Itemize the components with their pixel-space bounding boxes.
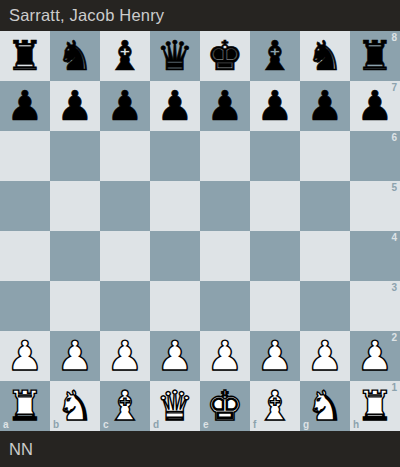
piece-black-rook[interactable]: ♜ — [350, 31, 400, 81]
square-d2[interactable]: ♟ — [150, 331, 200, 381]
piece-black-pawn[interactable]: ♟ — [300, 81, 350, 131]
square-g4[interactable] — [300, 231, 350, 281]
piece-white-pawn[interactable]: ♟ — [200, 331, 250, 381]
square-f4[interactable] — [250, 231, 300, 281]
chess-board: ♜♞♝♛♚♝♞♜8♟♟♟♟♟♟♟♟76543♟♟♟♟♟♟♟♟2♜a♞b♝c♛d♚… — [0, 31, 400, 431]
square-e6[interactable] — [200, 131, 250, 181]
square-h6[interactable]: 6 — [350, 131, 400, 181]
square-c1[interactable]: ♝c — [100, 381, 150, 431]
square-c2[interactable]: ♟ — [100, 331, 150, 381]
piece-white-pawn[interactable]: ♟ — [100, 331, 150, 381]
square-d3[interactable] — [150, 281, 200, 331]
square-d8[interactable]: ♛ — [150, 31, 200, 81]
square-c4[interactable] — [100, 231, 150, 281]
square-c3[interactable] — [100, 281, 150, 331]
square-a3[interactable] — [0, 281, 50, 331]
square-a6[interactable] — [0, 131, 50, 181]
piece-white-pawn[interactable]: ♟ — [0, 331, 50, 381]
square-h4[interactable]: 4 — [350, 231, 400, 281]
piece-black-pawn[interactable]: ♟ — [100, 81, 150, 131]
square-e4[interactable] — [200, 231, 250, 281]
piece-black-knight[interactable]: ♞ — [300, 31, 350, 81]
piece-black-pawn[interactable]: ♟ — [0, 81, 50, 131]
square-b4[interactable] — [50, 231, 100, 281]
square-f8[interactable]: ♝ — [250, 31, 300, 81]
square-e1[interactable]: ♚e — [200, 381, 250, 431]
square-a2[interactable]: ♟ — [0, 331, 50, 381]
square-f2[interactable]: ♟ — [250, 331, 300, 381]
square-b5[interactable] — [50, 181, 100, 231]
square-e5[interactable] — [200, 181, 250, 231]
square-g2[interactable]: ♟ — [300, 331, 350, 381]
square-g3[interactable] — [300, 281, 350, 331]
square-e7[interactable]: ♟ — [200, 81, 250, 131]
square-h8[interactable]: ♜8 — [350, 31, 400, 81]
square-b7[interactable]: ♟ — [50, 81, 100, 131]
bottom-player-name: NN — [9, 440, 33, 459]
piece-white-rook[interactable]: ♜ — [350, 381, 400, 431]
square-e2[interactable]: ♟ — [200, 331, 250, 381]
square-h7[interactable]: ♟7 — [350, 81, 400, 131]
coord-rank-3: 3 — [391, 282, 397, 293]
coord-rank-6: 6 — [391, 132, 397, 143]
square-g6[interactable] — [300, 131, 350, 181]
coord-rank-5: 5 — [391, 182, 397, 193]
square-c7[interactable]: ♟ — [100, 81, 150, 131]
square-a4[interactable] — [0, 231, 50, 281]
square-e8[interactable]: ♚ — [200, 31, 250, 81]
square-g8[interactable]: ♞ — [300, 31, 350, 81]
square-d6[interactable] — [150, 131, 200, 181]
square-g1[interactable]: ♞g — [300, 381, 350, 431]
piece-white-pawn[interactable]: ♟ — [300, 331, 350, 381]
piece-white-bishop[interactable]: ♝ — [100, 381, 150, 431]
coord-rank-4: 4 — [391, 232, 397, 243]
square-b1[interactable]: ♞b — [50, 381, 100, 431]
piece-white-knight[interactable]: ♞ — [50, 381, 100, 431]
square-a5[interactable] — [0, 181, 50, 231]
piece-black-pawn[interactable]: ♟ — [350, 81, 400, 131]
piece-black-queen[interactable]: ♛ — [150, 31, 200, 81]
piece-black-pawn[interactable]: ♟ — [250, 81, 300, 131]
piece-black-pawn[interactable]: ♟ — [50, 81, 100, 131]
square-f3[interactable] — [250, 281, 300, 331]
square-h2[interactable]: ♟2 — [350, 331, 400, 381]
piece-black-king[interactable]: ♚ — [200, 31, 250, 81]
square-e3[interactable] — [200, 281, 250, 331]
piece-white-queen[interactable]: ♛ — [150, 381, 200, 431]
square-a8[interactable]: ♜ — [0, 31, 50, 81]
piece-white-pawn[interactable]: ♟ — [150, 331, 200, 381]
square-c8[interactable]: ♝ — [100, 31, 150, 81]
piece-white-pawn[interactable]: ♟ — [350, 331, 400, 381]
square-a1[interactable]: ♜a — [0, 381, 50, 431]
piece-white-bishop[interactable]: ♝ — [250, 381, 300, 431]
square-c5[interactable] — [100, 181, 150, 231]
top-player-bar: Sarratt, Jacob Henry — [0, 0, 400, 31]
bottom-player-bar: NN — [0, 431, 400, 467]
square-b3[interactable] — [50, 281, 100, 331]
square-h3[interactable]: 3 — [350, 281, 400, 331]
piece-white-pawn[interactable]: ♟ — [250, 331, 300, 381]
square-d1[interactable]: ♛d — [150, 381, 200, 431]
square-f1[interactable]: ♝f — [250, 381, 300, 431]
square-b6[interactable] — [50, 131, 100, 181]
square-d7[interactable]: ♟ — [150, 81, 200, 131]
square-g7[interactable]: ♟ — [300, 81, 350, 131]
piece-black-pawn[interactable]: ♟ — [200, 81, 250, 131]
square-h1[interactable]: ♜h1 — [350, 381, 400, 431]
top-player-name: Sarratt, Jacob Henry — [9, 6, 164, 25]
square-f7[interactable]: ♟ — [250, 81, 300, 131]
piece-black-knight[interactable]: ♞ — [50, 31, 100, 81]
square-g5[interactable] — [300, 181, 350, 231]
square-a7[interactable]: ♟ — [0, 81, 50, 131]
square-b2[interactable]: ♟ — [50, 331, 100, 381]
piece-black-bishop[interactable]: ♝ — [250, 31, 300, 81]
piece-white-king[interactable]: ♚ — [200, 381, 250, 431]
square-d4[interactable] — [150, 231, 200, 281]
piece-black-pawn[interactable]: ♟ — [150, 81, 200, 131]
square-b8[interactable]: ♞ — [50, 31, 100, 81]
piece-white-knight[interactable]: ♞ — [300, 381, 350, 431]
piece-black-bishop[interactable]: ♝ — [100, 31, 150, 81]
square-c6[interactable] — [100, 131, 150, 181]
piece-white-rook[interactable]: ♜ — [0, 381, 50, 431]
square-f5[interactable] — [250, 181, 300, 231]
piece-black-rook[interactable]: ♜ — [0, 31, 50, 81]
square-h5[interactable]: 5 — [350, 181, 400, 231]
square-d5[interactable] — [150, 181, 200, 231]
chess-app: Sarratt, Jacob Henry ♜♞♝♛♚♝♞♜8♟♟♟♟♟♟♟♟76… — [0, 0, 400, 467]
square-f6[interactable] — [250, 131, 300, 181]
piece-white-pawn[interactable]: ♟ — [50, 331, 100, 381]
